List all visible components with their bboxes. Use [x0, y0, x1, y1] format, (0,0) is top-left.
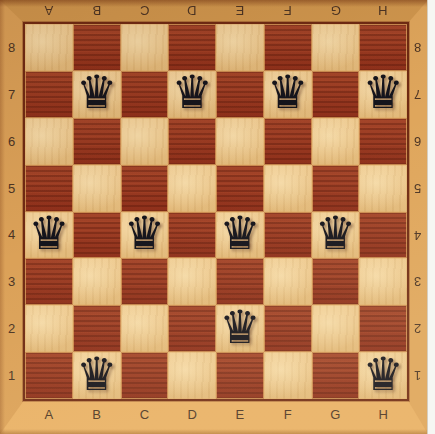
black-queen[interactable]: ♛	[315, 210, 356, 256]
square-h1[interactable]: ♛	[359, 352, 407, 399]
rank-label-right-7: 7	[407, 71, 428, 118]
black-queen[interactable]: ♛	[219, 304, 260, 350]
square-b4[interactable]	[73, 212, 121, 259]
square-d6[interactable]	[168, 118, 216, 165]
square-d2[interactable]	[168, 305, 216, 352]
square-e8[interactable]	[216, 24, 264, 71]
square-c2[interactable]	[121, 305, 169, 352]
black-queen[interactable]: ♛	[267, 69, 308, 115]
rank-labels-left: 87654321	[0, 24, 23, 399]
square-f1[interactable]	[264, 352, 312, 399]
black-queen[interactable]: ♛	[28, 210, 69, 256]
square-a3[interactable]	[25, 258, 73, 305]
board-photo: ♛♛♛♛♛♛♛♛♛♛♛ ABCDEFGH ABCDEFGH 87654321 8…	[0, 0, 435, 434]
file-label-top-c: C	[121, 2, 169, 18]
square-d7[interactable]: ♛	[168, 71, 216, 118]
black-queen[interactable]: ♛	[76, 69, 117, 115]
rank-label-right-3: 3	[407, 258, 428, 305]
square-b8[interactable]	[73, 24, 121, 71]
square-c5[interactable]	[121, 165, 169, 212]
black-queen[interactable]: ♛	[172, 69, 213, 115]
square-g3[interactable]	[312, 258, 360, 305]
rank-label-left-3: 3	[0, 258, 23, 305]
file-label-bottom-a: A	[25, 407, 73, 423]
file-label-bottom-d: D	[168, 407, 216, 423]
file-labels-bottom: ABCDEFGH	[25, 407, 407, 423]
square-e6[interactable]	[216, 118, 264, 165]
rank-label-left-6: 6	[0, 118, 23, 165]
square-b2[interactable]	[73, 305, 121, 352]
square-b3[interactable]	[73, 258, 121, 305]
square-g8[interactable]	[312, 24, 360, 71]
rank-label-right-1: 1	[407, 352, 428, 399]
square-d8[interactable]	[168, 24, 216, 71]
square-h4[interactable]	[359, 212, 407, 259]
square-f7[interactable]: ♛	[264, 71, 312, 118]
black-queen[interactable]: ♛	[219, 210, 260, 256]
square-a5[interactable]	[25, 165, 73, 212]
square-h6[interactable]	[359, 118, 407, 165]
square-c7[interactable]	[121, 71, 169, 118]
square-f5[interactable]	[264, 165, 312, 212]
black-queen[interactable]: ♛	[124, 210, 165, 256]
file-label-top-f: F	[264, 2, 312, 18]
square-e1[interactable]	[216, 352, 264, 399]
square-b1[interactable]: ♛	[73, 352, 121, 399]
file-label-top-a: A	[25, 2, 73, 18]
square-a8[interactable]	[25, 24, 73, 71]
file-label-top-e: E	[216, 2, 264, 18]
square-h7[interactable]: ♛	[359, 71, 407, 118]
square-a1[interactable]	[25, 352, 73, 399]
rank-label-left-2: 2	[0, 305, 23, 352]
file-label-bottom-g: G	[312, 407, 360, 423]
square-g5[interactable]	[312, 165, 360, 212]
square-f2[interactable]	[264, 305, 312, 352]
board-grid: ♛♛♛♛♛♛♛♛♛♛♛	[25, 24, 407, 399]
rank-label-right-2: 2	[407, 305, 428, 352]
file-label-top-g: G	[312, 2, 360, 18]
square-a4[interactable]: ♛	[25, 212, 73, 259]
square-f3[interactable]	[264, 258, 312, 305]
rank-label-right-4: 4	[407, 212, 428, 259]
square-c6[interactable]	[121, 118, 169, 165]
square-g2[interactable]	[312, 305, 360, 352]
square-e5[interactable]	[216, 165, 264, 212]
rank-label-left-1: 1	[0, 352, 23, 399]
square-d5[interactable]	[168, 165, 216, 212]
square-b7[interactable]: ♛	[73, 71, 121, 118]
square-a7[interactable]	[25, 71, 73, 118]
square-c8[interactable]	[121, 24, 169, 71]
file-label-bottom-e: E	[216, 407, 264, 423]
square-b6[interactable]	[73, 118, 121, 165]
square-e3[interactable]	[216, 258, 264, 305]
rank-label-left-5: 5	[0, 165, 23, 212]
square-c3[interactable]	[121, 258, 169, 305]
square-d4[interactable]	[168, 212, 216, 259]
square-e7[interactable]	[216, 71, 264, 118]
file-label-top-b: B	[73, 2, 121, 18]
file-label-top-d: D	[168, 2, 216, 18]
rank-label-left-7: 7	[0, 71, 23, 118]
square-e2[interactable]: ♛	[216, 305, 264, 352]
square-h3[interactable]	[359, 258, 407, 305]
image-right-margin	[427, 0, 435, 434]
file-label-bottom-h: H	[359, 407, 407, 423]
rank-labels-right: 87654321	[407, 24, 428, 399]
square-c4[interactable]: ♛	[121, 212, 169, 259]
square-d3[interactable]	[168, 258, 216, 305]
square-g6[interactable]	[312, 118, 360, 165]
black-queen[interactable]: ♛	[363, 69, 404, 115]
square-h5[interactable]	[359, 165, 407, 212]
black-queen[interactable]: ♛	[76, 351, 117, 397]
square-c1[interactable]	[121, 352, 169, 399]
square-e4[interactable]: ♛	[216, 212, 264, 259]
file-label-bottom-b: B	[73, 407, 121, 423]
board-bottom-edge-shadow	[0, 429, 428, 434]
square-g7[interactable]	[312, 71, 360, 118]
rank-label-left-4: 4	[0, 212, 23, 259]
file-label-bottom-c: C	[121, 407, 169, 423]
file-label-bottom-f: F	[264, 407, 312, 423]
chess-board: ♛♛♛♛♛♛♛♛♛♛♛ ABCDEFGH ABCDEFGH 87654321 8…	[0, 0, 428, 434]
square-a2[interactable]	[25, 305, 73, 352]
square-h2[interactable]	[359, 305, 407, 352]
square-b5[interactable]	[73, 165, 121, 212]
square-h8[interactable]	[359, 24, 407, 71]
square-f6[interactable]	[264, 118, 312, 165]
square-f8[interactable]	[264, 24, 312, 71]
rank-label-left-8: 8	[0, 24, 23, 71]
square-d1[interactable]	[168, 352, 216, 399]
rank-label-right-5: 5	[407, 165, 428, 212]
black-queen[interactable]: ♛	[363, 351, 404, 397]
square-f4[interactable]	[264, 212, 312, 259]
file-labels-top: ABCDEFGH	[25, 2, 407, 18]
square-a6[interactable]	[25, 118, 73, 165]
square-g1[interactable]	[312, 352, 360, 399]
file-label-top-h: H	[359, 2, 407, 18]
rank-label-right-6: 6	[407, 118, 428, 165]
square-g4[interactable]: ♛	[312, 212, 360, 259]
rank-label-right-8: 8	[407, 24, 428, 71]
